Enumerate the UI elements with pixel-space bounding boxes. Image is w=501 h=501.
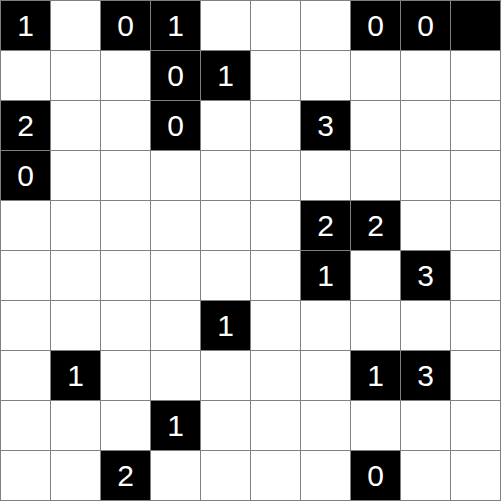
clue-cell-r2-c3: 0 (151, 101, 200, 150)
clue-cell-r0-c2: 0 (101, 1, 150, 50)
empty-cell-r7-c6[interactable] (301, 351, 350, 400)
empty-cell-r4-c0[interactable] (1, 201, 50, 250)
empty-cell-r1-c7[interactable] (351, 51, 400, 100)
clue-cell-r2-c6: 3 (301, 101, 350, 150)
empty-cell-r4-c3[interactable] (151, 201, 200, 250)
empty-cell-r9-c6[interactable] (301, 451, 350, 500)
empty-cell-r2-c8[interactable] (401, 101, 450, 150)
empty-cell-r6-c0[interactable] (1, 301, 50, 350)
clue-cell-r7-c1: 1 (51, 351, 100, 400)
empty-cell-r5-c9[interactable] (451, 251, 500, 300)
empty-cell-r8-c9[interactable] (451, 401, 500, 450)
empty-cell-r7-c9[interactable] (451, 351, 500, 400)
empty-cell-r3-c9[interactable] (451, 151, 500, 200)
empty-cell-r8-c4[interactable] (201, 401, 250, 450)
akari-puzzle-board: 1010001203022131113120 (0, 0, 501, 501)
empty-cell-r5-c1[interactable] (51, 251, 100, 300)
empty-cell-r9-c5[interactable] (251, 451, 300, 500)
empty-cell-r4-c2[interactable] (101, 201, 150, 250)
empty-cell-r9-c0[interactable] (1, 451, 50, 500)
empty-cell-r2-c7[interactable] (351, 101, 400, 150)
empty-cell-r8-c5[interactable] (251, 401, 300, 450)
black-cell-r0-c9 (451, 1, 500, 50)
empty-cell-r9-c3[interactable] (151, 451, 200, 500)
empty-cell-r4-c4[interactable] (201, 201, 250, 250)
empty-cell-r7-c0[interactable] (1, 351, 50, 400)
empty-cell-r3-c6[interactable] (301, 151, 350, 200)
empty-cell-r8-c6[interactable] (301, 401, 350, 450)
empty-cell-r4-c1[interactable] (51, 201, 100, 250)
empty-cell-r6-c1[interactable] (51, 301, 100, 350)
clue-cell-r0-c3: 1 (151, 1, 200, 50)
clue-cell-r3-c0: 0 (1, 151, 50, 200)
clue-cell-r2-c0: 2 (1, 101, 50, 150)
empty-cell-r1-c0[interactable] (1, 51, 50, 100)
empty-cell-r5-c7[interactable] (351, 251, 400, 300)
empty-cell-r1-c5[interactable] (251, 51, 300, 100)
empty-cell-r3-c5[interactable] (251, 151, 300, 200)
empty-cell-r7-c2[interactable] (101, 351, 150, 400)
clue-cell-r4-c7: 2 (351, 201, 400, 250)
empty-cell-r6-c2[interactable] (101, 301, 150, 350)
empty-cell-r1-c8[interactable] (401, 51, 450, 100)
empty-cell-r6-c6[interactable] (301, 301, 350, 350)
clue-cell-r9-c2: 2 (101, 451, 150, 500)
empty-cell-r9-c4[interactable] (201, 451, 250, 500)
clue-cell-r8-c3: 1 (151, 401, 200, 450)
empty-cell-r3-c7[interactable] (351, 151, 400, 200)
empty-cell-r6-c5[interactable] (251, 301, 300, 350)
empty-cell-r4-c5[interactable] (251, 201, 300, 250)
empty-cell-r3-c1[interactable] (51, 151, 100, 200)
empty-cell-r2-c2[interactable] (101, 101, 150, 150)
empty-cell-r3-c2[interactable] (101, 151, 150, 200)
clue-cell-r1-c3: 0 (151, 51, 200, 100)
empty-cell-r9-c8[interactable] (401, 451, 450, 500)
empty-cell-r2-c9[interactable] (451, 101, 500, 150)
empty-cell-r5-c3[interactable] (151, 251, 200, 300)
clue-cell-r0-c8: 0 (401, 1, 450, 50)
empty-cell-r7-c4[interactable] (201, 351, 250, 400)
empty-cell-r9-c1[interactable] (51, 451, 100, 500)
clue-cell-r0-c7: 0 (351, 1, 400, 50)
clue-cell-r7-c8: 3 (401, 351, 450, 400)
empty-cell-r0-c4[interactable] (201, 1, 250, 50)
empty-cell-r2-c1[interactable] (51, 101, 100, 150)
clue-cell-r0-c0: 1 (1, 1, 50, 50)
empty-cell-r8-c1[interactable] (51, 401, 100, 450)
empty-cell-r1-c6[interactable] (301, 51, 350, 100)
empty-cell-r6-c9[interactable] (451, 301, 500, 350)
clue-cell-r6-c4: 1 (201, 301, 250, 350)
empty-cell-r1-c9[interactable] (451, 51, 500, 100)
empty-cell-r3-c3[interactable] (151, 151, 200, 200)
empty-cell-r2-c5[interactable] (251, 101, 300, 150)
empty-cell-r2-c4[interactable] (201, 101, 250, 150)
empty-cell-r1-c1[interactable] (51, 51, 100, 100)
empty-cell-r4-c9[interactable] (451, 201, 500, 250)
empty-cell-r8-c8[interactable] (401, 401, 450, 450)
empty-cell-r0-c1[interactable] (51, 1, 100, 50)
empty-cell-r3-c8[interactable] (401, 151, 450, 200)
empty-cell-r0-c6[interactable] (301, 1, 350, 50)
empty-cell-r8-c0[interactable] (1, 401, 50, 450)
empty-cell-r8-c7[interactable] (351, 401, 400, 450)
clue-cell-r7-c7: 1 (351, 351, 400, 400)
empty-cell-r5-c5[interactable] (251, 251, 300, 300)
clue-cell-r5-c6: 1 (301, 251, 350, 300)
clue-cell-r5-c8: 3 (401, 251, 450, 300)
empty-cell-r3-c4[interactable] (201, 151, 250, 200)
empty-cell-r6-c8[interactable] (401, 301, 450, 350)
clue-cell-r9-c7: 0 (351, 451, 400, 500)
empty-cell-r5-c0[interactable] (1, 251, 50, 300)
empty-cell-r5-c4[interactable] (201, 251, 250, 300)
empty-cell-r9-c9[interactable] (451, 451, 500, 500)
empty-cell-r7-c5[interactable] (251, 351, 300, 400)
clue-cell-r4-c6: 2 (301, 201, 350, 250)
empty-cell-r8-c2[interactable] (101, 401, 150, 450)
empty-cell-r1-c2[interactable] (101, 51, 150, 100)
clue-cell-r1-c4: 1 (201, 51, 250, 100)
empty-cell-r7-c3[interactable] (151, 351, 200, 400)
empty-cell-r4-c8[interactable] (401, 201, 450, 250)
empty-cell-r6-c3[interactable] (151, 301, 200, 350)
empty-cell-r5-c2[interactable] (101, 251, 150, 300)
empty-cell-r0-c5[interactable] (251, 1, 300, 50)
empty-cell-r6-c7[interactable] (351, 301, 400, 350)
